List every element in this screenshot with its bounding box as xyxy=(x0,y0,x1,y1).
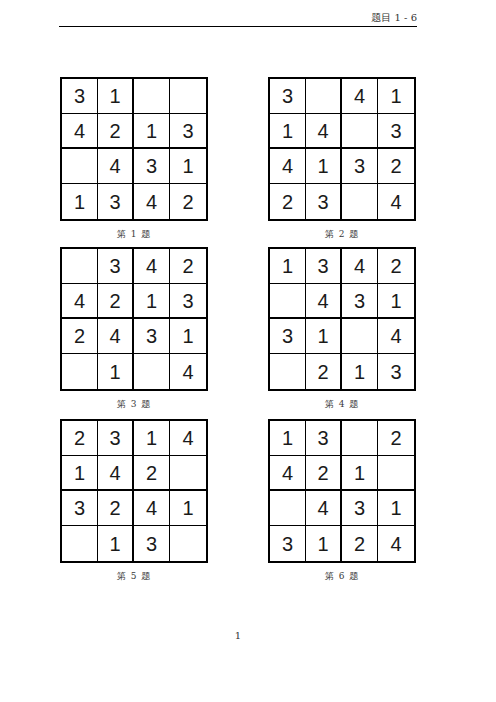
sudoku-board-6: 1324214313124 xyxy=(268,419,416,563)
sudoku-cell-r4c3 xyxy=(342,184,378,219)
sudoku-cell-r2c4: 3 xyxy=(170,114,206,149)
sudoku-cell-r3c4: 4 xyxy=(378,319,414,354)
sudoku-cell-r2c4: 3 xyxy=(378,114,414,149)
sudoku-cell-r3c4: 1 xyxy=(170,149,206,184)
sudoku-board-2: 3411434132234 xyxy=(268,77,416,221)
sudoku-cell-r4c4: 2 xyxy=(170,184,206,219)
worksheet-page: 题目 1 - 6 3142134311342 第 1 题 34114341322… xyxy=(0,0,496,702)
puzzle-2: 3411434132234 第 2 题 xyxy=(268,77,416,241)
sudoku-cell-r2c2: 4 xyxy=(306,284,342,319)
sudoku-cell-r2c4: 1 xyxy=(378,284,414,319)
sudoku-board-1: 3142134311342 xyxy=(60,77,208,221)
sudoku-cell-r1c4: 2 xyxy=(170,249,206,284)
puzzle-2-caption: 第 2 题 xyxy=(268,228,416,241)
sudoku-cell-r4c3: 4 xyxy=(134,184,170,219)
sudoku-cell-r2c3: 1 xyxy=(134,284,170,319)
sudoku-cell-r3c4: 1 xyxy=(378,491,414,526)
sudoku-cell-r2c2: 4 xyxy=(98,456,134,491)
puzzle-6: 1324214313124 第 6 题 xyxy=(268,419,416,583)
sudoku-cell-r1c4: 4 xyxy=(170,421,206,456)
sudoku-cell-r4c4: 4 xyxy=(378,184,414,219)
sudoku-cell-r1c1: 3 xyxy=(270,79,306,114)
header-title: 题目 1 - 6 xyxy=(371,12,417,23)
sudoku-cell-r4c1 xyxy=(62,526,98,561)
sudoku-cell-r4c4 xyxy=(170,526,206,561)
sudoku-cell-r4c3 xyxy=(134,354,170,389)
sudoku-cell-r4c2: 1 xyxy=(306,526,342,561)
sudoku-cell-r2c1: 1 xyxy=(62,456,98,491)
sudoku-cell-r4c4: 4 xyxy=(378,526,414,561)
sudoku-cell-r2c3: 2 xyxy=(134,456,170,491)
sudoku-cell-r3c3: 3 xyxy=(134,149,170,184)
sudoku-cell-r3c3 xyxy=(342,319,378,354)
puzzle-6-caption: 第 6 题 xyxy=(268,570,416,583)
sudoku-cell-r1c3: 4 xyxy=(342,79,378,114)
sudoku-cell-r2c1: 4 xyxy=(270,456,306,491)
sudoku-cell-r1c2: 3 xyxy=(306,421,342,456)
sudoku-cell-r4c1: 1 xyxy=(62,184,98,219)
sudoku-cell-r2c2: 2 xyxy=(306,456,342,491)
sudoku-cell-r4c2: 1 xyxy=(98,354,134,389)
sudoku-cell-r4c2: 3 xyxy=(306,184,342,219)
sudoku-cell-r4c2: 2 xyxy=(306,354,342,389)
puzzle-1-caption: 第 1 题 xyxy=(60,228,208,241)
puzzle-4: 1342431314213 第 4 题 xyxy=(268,247,416,411)
sudoku-cell-r4c2: 1 xyxy=(98,526,134,561)
puzzle-1: 3142134311342 第 1 题 xyxy=(60,77,208,241)
sudoku-cell-r1c4: 2 xyxy=(378,249,414,284)
sudoku-cell-r3c2: 4 xyxy=(306,491,342,526)
sudoku-board-5: 2314142324113 xyxy=(60,419,208,563)
sudoku-cell-r2c3: 1 xyxy=(134,114,170,149)
sudoku-cell-r4c3: 3 xyxy=(134,526,170,561)
sudoku-cell-r4c4: 3 xyxy=(378,354,414,389)
sudoku-cell-r2c3: 1 xyxy=(342,456,378,491)
sudoku-cell-r3c4: 1 xyxy=(170,319,206,354)
sudoku-cell-r1c3: 1 xyxy=(134,421,170,456)
sudoku-cell-r3c1: 3 xyxy=(270,319,306,354)
sudoku-cell-r3c1: 4 xyxy=(270,149,306,184)
sudoku-cell-r3c4: 2 xyxy=(378,149,414,184)
sudoku-cell-r4c1: 2 xyxy=(270,184,306,219)
sudoku-cell-r1c1 xyxy=(62,249,98,284)
sudoku-cell-r1c1: 1 xyxy=(270,421,306,456)
sudoku-cell-r3c2: 4 xyxy=(98,319,134,354)
sudoku-cell-r3c1 xyxy=(62,149,98,184)
sudoku-cell-r2c3 xyxy=(342,114,378,149)
sudoku-cell-r1c1: 3 xyxy=(62,79,98,114)
sudoku-cell-r3c2: 4 xyxy=(98,149,134,184)
sudoku-cell-r1c1: 1 xyxy=(270,249,306,284)
sudoku-cell-r3c2: 1 xyxy=(306,319,342,354)
sudoku-cell-r3c1: 3 xyxy=(62,491,98,526)
sudoku-cell-r2c1: 4 xyxy=(62,114,98,149)
sudoku-cell-r2c1: 4 xyxy=(62,284,98,319)
sudoku-cell-r3c4: 1 xyxy=(170,491,206,526)
sudoku-cell-r2c4 xyxy=(170,456,206,491)
sudoku-cell-r2c1: 1 xyxy=(270,114,306,149)
sudoku-cell-r4c3: 2 xyxy=(342,526,378,561)
sudoku-cell-r2c4: 3 xyxy=(170,284,206,319)
sudoku-cell-r3c2: 2 xyxy=(98,491,134,526)
puzzle-3: 3424213243114 第 3 题 xyxy=(60,247,208,411)
sudoku-cell-r3c3: 3 xyxy=(342,149,378,184)
sudoku-board-4: 1342431314213 xyxy=(268,247,416,391)
sudoku-cell-r1c3: 4 xyxy=(134,249,170,284)
page-number: 1 xyxy=(59,630,417,641)
sudoku-cell-r3c3: 3 xyxy=(134,319,170,354)
sudoku-cell-r3c3: 4 xyxy=(134,491,170,526)
sudoku-cell-r1c4: 1 xyxy=(378,79,414,114)
sudoku-cell-r4c1: 3 xyxy=(270,526,306,561)
sudoku-cell-r1c4: 2 xyxy=(378,421,414,456)
sudoku-cell-r3c3: 3 xyxy=(342,491,378,526)
sudoku-cell-r1c4 xyxy=(170,79,206,114)
sudoku-cell-r3c1 xyxy=(270,491,306,526)
sudoku-cell-r1c3 xyxy=(342,421,378,456)
sudoku-cell-r4c3: 1 xyxy=(342,354,378,389)
sudoku-cell-r1c2 xyxy=(306,79,342,114)
sudoku-cell-r1c3 xyxy=(134,79,170,114)
sudoku-cell-r1c2: 3 xyxy=(98,421,134,456)
sudoku-cell-r2c2: 2 xyxy=(98,114,134,149)
sudoku-cell-r4c1 xyxy=(270,354,306,389)
sudoku-cell-r3c1: 2 xyxy=(62,319,98,354)
sudoku-cell-r1c2: 1 xyxy=(98,79,134,114)
puzzle-5: 2314142324113 第 5 题 xyxy=(60,419,208,583)
sudoku-cell-r1c2: 3 xyxy=(306,249,342,284)
sudoku-cell-r4c1 xyxy=(62,354,98,389)
sudoku-cell-r4c2: 3 xyxy=(98,184,134,219)
sudoku-cell-r2c3: 3 xyxy=(342,284,378,319)
sudoku-board-3: 3424213243114 xyxy=(60,247,208,391)
sudoku-cell-r1c3: 4 xyxy=(342,249,378,284)
sudoku-cell-r2c1 xyxy=(270,284,306,319)
puzzle-5-caption: 第 5 题 xyxy=(60,570,208,583)
sudoku-cell-r2c4 xyxy=(378,456,414,491)
sudoku-cell-r3c2: 1 xyxy=(306,149,342,184)
sudoku-cell-r1c2: 3 xyxy=(98,249,134,284)
sudoku-cell-r2c2: 2 xyxy=(98,284,134,319)
page-header: 题目 1 - 6 xyxy=(59,11,417,27)
puzzle-3-caption: 第 3 题 xyxy=(60,398,208,411)
puzzle-4-caption: 第 4 题 xyxy=(268,398,416,411)
sudoku-cell-r1c1: 2 xyxy=(62,421,98,456)
sudoku-cell-r4c4: 4 xyxy=(170,354,206,389)
sudoku-cell-r2c2: 4 xyxy=(306,114,342,149)
